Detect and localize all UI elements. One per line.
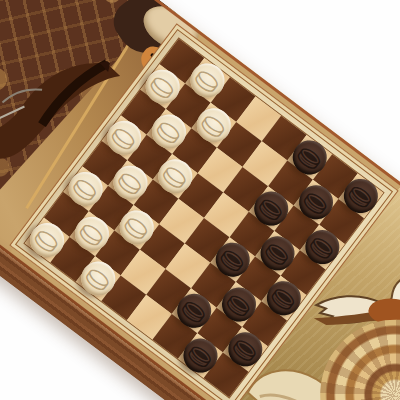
product-photo: ⛀⛂⛂⛀⛀⛂⛀⛂⛂⛀⛀⛂⛀⛂⛂⛀⛀⛂⛀⛂⛂⛀⛀⛂ [0, 0, 400, 400]
game-box-lid: ⛀⛂⛂⛀⛀⛂⛀⛂⛂⛀⛀⛂⛀⛂⛂⛀⛀⛂⛀⛂⛂⛀⛀⛂ [0, 0, 400, 400]
